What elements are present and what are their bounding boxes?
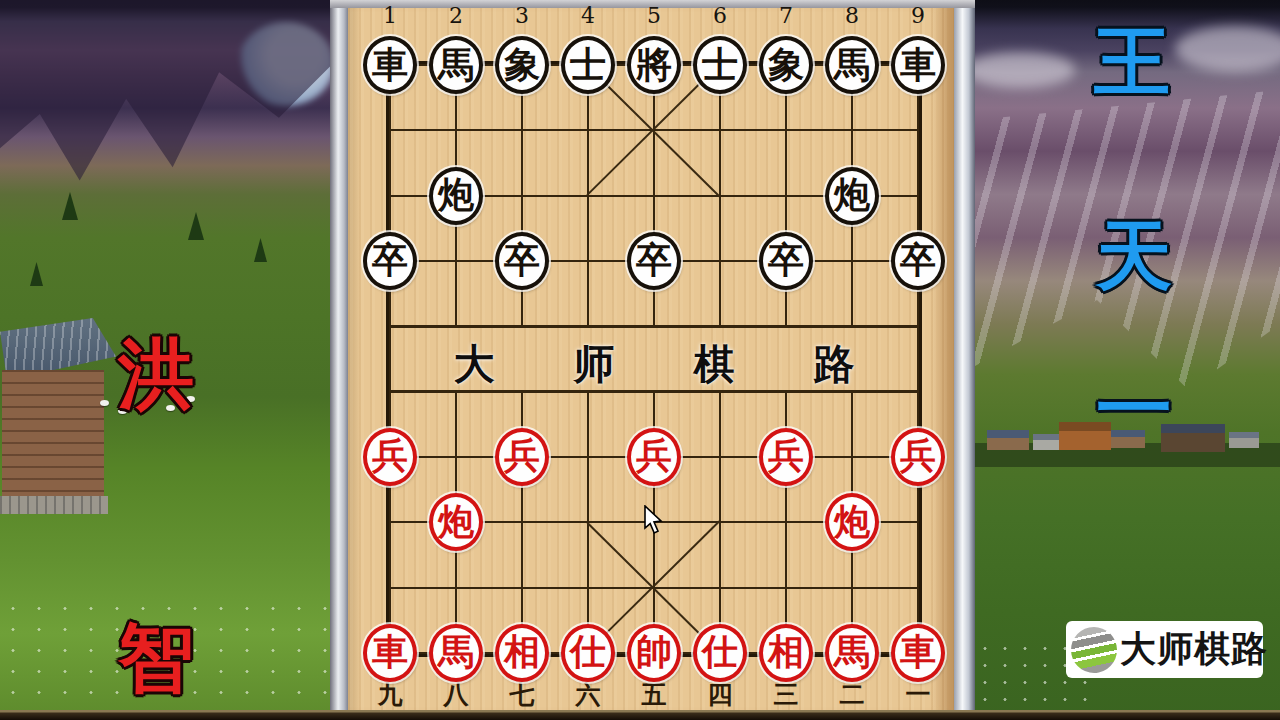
tree	[30, 262, 43, 286]
column-label-bottom: 四	[704, 681, 736, 709]
column-label-bottom: 八	[440, 681, 472, 709]
piece-red-rook[interactable]: 車	[891, 624, 945, 682]
piece-black-advisor[interactable]: 士	[561, 36, 615, 94]
watermark-text: 大师棋路	[1120, 625, 1268, 674]
piece-black-elephant[interactable]: 象	[495, 36, 549, 94]
piece-red-soldier[interactable]: 兵	[759, 428, 813, 486]
cloud	[975, 52, 1075, 88]
piece-red-cannon[interactable]: 炮	[825, 493, 879, 551]
piece-black-rook[interactable]: 車	[891, 36, 945, 94]
column-label-bottom: 三	[770, 681, 802, 709]
piece-red-rook[interactable]: 車	[363, 624, 417, 682]
piece-black-elephant[interactable]: 象	[759, 36, 813, 94]
piece-red-soldier[interactable]: 兵	[891, 428, 945, 486]
page-root: 洪 智 王 天 一 123456789九八七六五四三二一大师棋路車馬象士將士象馬…	[0, 0, 1280, 720]
piece-red-elephant[interactable]: 相	[495, 624, 549, 682]
piece-black-advisor[interactable]: 士	[693, 36, 747, 94]
column-number-top: 7	[771, 3, 801, 29]
bottom-frame-bar	[0, 710, 1280, 720]
piece-red-horse[interactable]: 馬	[429, 624, 483, 682]
river-text-char: 大	[449, 338, 499, 390]
piece-black-soldier[interactable]: 卒	[495, 232, 549, 290]
striped-globe-icon	[1067, 622, 1122, 677]
board-vline	[917, 65, 919, 653]
hut	[987, 430, 1029, 450]
column-number-top: 1	[375, 3, 405, 29]
mouse-cursor	[644, 505, 666, 535]
river-text-char: 师	[569, 338, 619, 390]
piece-red-advisor[interactable]: 仕	[561, 624, 615, 682]
column-number-top: 8	[837, 3, 867, 29]
hut	[1229, 432, 1259, 448]
piece-black-rook[interactable]: 車	[363, 36, 417, 94]
watermark-logo: 大师棋路	[1066, 621, 1263, 678]
piece-black-soldier[interactable]: 卒	[627, 232, 681, 290]
player-left-name-char-1: 洪	[114, 332, 198, 416]
column-label-bottom: 七	[506, 681, 538, 709]
mountain-ridge	[0, 0, 332, 190]
tree	[188, 212, 204, 240]
river-text-char: 路	[809, 338, 859, 390]
player-left-name-char-2: 智	[114, 616, 198, 700]
piece-red-soldier[interactable]: 兵	[495, 428, 549, 486]
river-text-char: 棋	[689, 338, 739, 390]
column-label-bottom: 五	[638, 681, 670, 709]
column-number-top: 5	[639, 3, 669, 29]
column-number-top: 6	[705, 3, 735, 29]
window-border-left	[330, 8, 348, 711]
piece-black-soldier[interactable]: 卒	[759, 232, 813, 290]
piece-black-horse[interactable]: 馬	[825, 36, 879, 94]
piece-red-cannon[interactable]: 炮	[429, 493, 483, 551]
cabin-wall	[2, 370, 104, 498]
piece-black-soldier[interactable]: 卒	[363, 232, 417, 290]
column-number-top: 2	[441, 3, 471, 29]
player-right-name-char-2: 天	[1092, 214, 1176, 298]
column-number-top: 9	[903, 3, 933, 29]
sheep	[100, 400, 109, 406]
xiangqi-board-window: 123456789九八七六五四三二一大师棋路車馬象士將士象馬車炮炮卒卒卒卒卒兵兵…	[330, 0, 975, 711]
column-label-bottom: 二	[836, 681, 868, 709]
piece-red-elephant[interactable]: 相	[759, 624, 813, 682]
tree	[254, 238, 267, 262]
piece-black-soldier[interactable]: 卒	[891, 232, 945, 290]
board-vline	[389, 65, 391, 653]
piece-black-cannon[interactable]: 炮	[429, 167, 483, 225]
column-number-top: 4	[573, 3, 603, 29]
cloud	[1175, 26, 1280, 72]
tree	[62, 192, 78, 220]
column-label-bottom: 六	[572, 681, 604, 709]
window-scrollbar-right	[954, 8, 975, 711]
piece-red-advisor[interactable]: 仕	[693, 624, 747, 682]
piece-black-horse[interactable]: 馬	[429, 36, 483, 94]
piece-red-soldier[interactable]: 兵	[363, 428, 417, 486]
piece-red-horse[interactable]: 馬	[825, 624, 879, 682]
piece-red-soldier[interactable]: 兵	[627, 428, 681, 486]
column-label-bottom: 九	[374, 681, 406, 709]
cabin-base	[0, 496, 108, 514]
column-label-bottom: 一	[902, 681, 934, 709]
piece-red-general[interactable]: 帥	[627, 624, 681, 682]
player-right-name-char-3: 一	[1092, 367, 1176, 451]
piece-black-general[interactable]: 將	[627, 36, 681, 94]
column-number-top: 3	[507, 3, 537, 29]
piece-black-cannon[interactable]: 炮	[825, 167, 879, 225]
player-right-name-char-1: 王	[1090, 20, 1174, 104]
right-landscape-photo	[975, 0, 1280, 720]
